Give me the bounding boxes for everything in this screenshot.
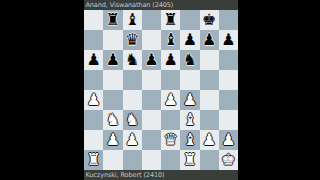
white-knight-piece[interactable]: ♞ <box>125 110 139 130</box>
square-a8[interactable] <box>84 10 103 30</box>
chess-panel: Anand, Viswanathan (2405) ♜♝♜♚♛♝♟♟♟♟♟♞♟♟… <box>84 0 238 180</box>
square-h7[interactable]: ♟ <box>219 30 238 50</box>
square-b1[interactable] <box>103 150 122 170</box>
square-g7[interactable]: ♟ <box>200 30 219 50</box>
square-h6[interactable] <box>219 50 238 70</box>
black-pawn-piece[interactable]: ♟ <box>163 50 177 70</box>
black-pawn-piece[interactable]: ♟ <box>144 50 158 70</box>
square-h4[interactable] <box>219 90 238 110</box>
square-d5[interactable] <box>142 70 161 90</box>
square-h5[interactable] <box>219 70 238 90</box>
square-b7[interactable] <box>103 30 122 50</box>
square-b5[interactable] <box>103 70 122 90</box>
square-c8[interactable]: ♝ <box>123 10 142 30</box>
black-rook-piece[interactable]: ♜ <box>106 10 120 30</box>
black-pawn-piece[interactable]: ♟ <box>183 30 197 50</box>
square-e2[interactable]: ♛ <box>161 130 180 150</box>
black-pawn-piece[interactable]: ♟ <box>86 50 100 70</box>
black-pawn-piece[interactable]: ♟ <box>106 50 120 70</box>
white-pawn-piece[interactable]: ♟ <box>221 130 235 150</box>
square-g2[interactable]: ♟ <box>200 130 219 150</box>
player-label-black: Anand, Viswanathan (2405) <box>84 0 238 10</box>
square-d7[interactable] <box>142 30 161 50</box>
square-g8[interactable]: ♚ <box>200 10 219 30</box>
square-b8[interactable]: ♜ <box>103 10 122 30</box>
white-bishop-piece[interactable]: ♝ <box>183 110 197 130</box>
square-d1[interactable] <box>142 150 161 170</box>
square-d2[interactable] <box>142 130 161 150</box>
white-king-piece[interactable]: ♚ <box>221 150 235 170</box>
square-d4[interactable] <box>142 90 161 110</box>
square-f7[interactable]: ♟ <box>180 30 199 50</box>
white-queen-piece[interactable]: ♛ <box>163 130 177 150</box>
square-g6[interactable] <box>200 50 219 70</box>
square-a3[interactable] <box>84 110 103 130</box>
square-e5[interactable] <box>161 70 180 90</box>
white-pawn-piece[interactable]: ♟ <box>163 90 177 110</box>
square-f4[interactable]: ♟ <box>180 90 199 110</box>
black-king-piece[interactable]: ♚ <box>202 10 216 30</box>
white-rook-piece[interactable]: ♜ <box>183 150 197 170</box>
square-c3[interactable]: ♞ <box>123 110 142 130</box>
square-h3[interactable] <box>219 110 238 130</box>
black-pawn-piece[interactable]: ♟ <box>221 30 235 50</box>
square-a7[interactable] <box>84 30 103 50</box>
square-g5[interactable] <box>200 70 219 90</box>
video-frame: Anand, Viswanathan (2405) ♜♝♜♚♛♝♟♟♟♟♟♞♟♟… <box>0 0 320 180</box>
square-f3[interactable]: ♝ <box>180 110 199 130</box>
square-c4[interactable] <box>123 90 142 110</box>
black-bishop-piece[interactable]: ♝ <box>125 10 139 30</box>
square-c5[interactable] <box>123 70 142 90</box>
white-pawn-piece[interactable]: ♟ <box>125 130 139 150</box>
square-b6[interactable]: ♟ <box>103 50 122 70</box>
square-h1[interactable]: ♚ <box>219 150 238 170</box>
square-c6[interactable]: ♞ <box>123 50 142 70</box>
square-h8[interactable] <box>219 10 238 30</box>
square-f2[interactable]: ♝ <box>180 130 199 150</box>
square-f8[interactable] <box>180 10 199 30</box>
black-bishop-piece[interactable]: ♝ <box>163 30 177 50</box>
white-pawn-piece[interactable]: ♟ <box>106 130 120 150</box>
square-d6[interactable]: ♟ <box>142 50 161 70</box>
square-g3[interactable] <box>200 110 219 130</box>
square-g4[interactable] <box>200 90 219 110</box>
square-f6[interactable]: ♞ <box>180 50 199 70</box>
square-b4[interactable] <box>103 90 122 110</box>
black-rook-piece[interactable]: ♜ <box>163 10 177 30</box>
square-b2[interactable]: ♟ <box>103 130 122 150</box>
square-c2[interactable]: ♟ <box>123 130 142 150</box>
square-h2[interactable]: ♟ <box>219 130 238 150</box>
white-bishop-piece[interactable]: ♝ <box>183 130 197 150</box>
white-pawn-piece[interactable]: ♟ <box>86 90 100 110</box>
square-a4[interactable]: ♟ <box>84 90 103 110</box>
square-e1[interactable] <box>161 150 180 170</box>
square-d3[interactable] <box>142 110 161 130</box>
player-label-white: Kuczynski, Robert (2410) <box>84 170 238 180</box>
white-pawn-piece[interactable]: ♟ <box>183 90 197 110</box>
square-c1[interactable] <box>123 150 142 170</box>
square-a2[interactable] <box>84 130 103 150</box>
square-g1[interactable] <box>200 150 219 170</box>
square-f5[interactable] <box>180 70 199 90</box>
black-queen-piece[interactable]: ♛ <box>125 30 139 50</box>
white-knight-piece[interactable]: ♞ <box>106 110 120 130</box>
black-knight-piece[interactable]: ♞ <box>125 50 139 70</box>
square-e3[interactable] <box>161 110 180 130</box>
square-d8[interactable] <box>142 10 161 30</box>
square-f1[interactable]: ♜ <box>180 150 199 170</box>
square-e8[interactable]: ♜ <box>161 10 180 30</box>
square-e7[interactable]: ♝ <box>161 30 180 50</box>
black-pawn-piece[interactable]: ♟ <box>202 30 216 50</box>
square-e4[interactable]: ♟ <box>161 90 180 110</box>
square-e6[interactable]: ♟ <box>161 50 180 70</box>
square-a6[interactable]: ♟ <box>84 50 103 70</box>
white-rook-piece[interactable]: ♜ <box>86 150 100 170</box>
black-knight-piece[interactable]: ♞ <box>183 50 197 70</box>
square-c7[interactable]: ♛ <box>123 30 142 50</box>
square-a1[interactable]: ♜ <box>84 150 103 170</box>
chess-board: ♜♝♜♚♛♝♟♟♟♟♟♞♟♟♞♟♟♟♞♞♝♟♟♛♝♟♟♜♜♚ <box>84 10 238 170</box>
square-a5[interactable] <box>84 70 103 90</box>
square-b3[interactable]: ♞ <box>103 110 122 130</box>
white-pawn-piece[interactable]: ♟ <box>202 130 216 150</box>
